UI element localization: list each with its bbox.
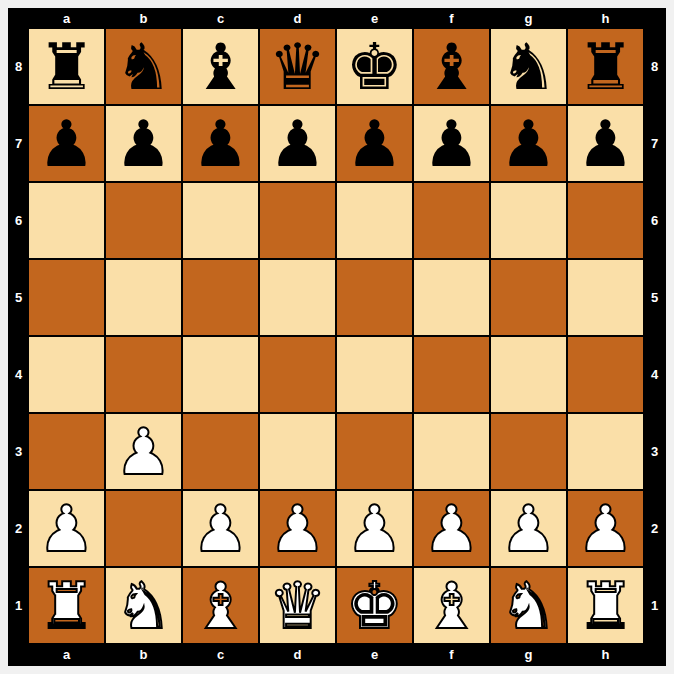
- file-label-f: f: [414, 11, 489, 26]
- black-queen[interactable]: ♛: [269, 35, 326, 99]
- file-label-b: b: [106, 647, 181, 662]
- square-c3[interactable]: [183, 414, 258, 489]
- square-a7[interactable]: ♟: [29, 106, 104, 181]
- square-f8[interactable]: ♝: [414, 29, 489, 104]
- white-pawn[interactable]: ♟: [38, 497, 95, 561]
- white-pawn[interactable]: ♟: [577, 497, 634, 561]
- black-pawn[interactable]: ♟: [269, 112, 326, 176]
- black-knight[interactable]: ♞: [115, 35, 172, 99]
- white-bishop[interactable]: ♝: [192, 574, 249, 638]
- square-c4[interactable]: [183, 337, 258, 412]
- square-f5[interactable]: [414, 260, 489, 335]
- square-h5[interactable]: [568, 260, 643, 335]
- square-b6[interactable]: [106, 183, 181, 258]
- square-e8[interactable]: ♚: [337, 29, 412, 104]
- frame-corner-bottom-left: [8, 643, 29, 666]
- file-label-c: c: [183, 647, 258, 662]
- square-c1[interactable]: ♝: [183, 568, 258, 643]
- file-labels-bottom: abcdefgh: [29, 643, 643, 666]
- white-queen[interactable]: ♛: [269, 574, 326, 638]
- white-king[interactable]: ♚: [346, 574, 403, 638]
- square-g3[interactable]: [491, 414, 566, 489]
- square-h8[interactable]: ♜: [568, 29, 643, 104]
- rank-label-8: 8: [643, 29, 666, 104]
- chess-board: ♜♞♝♛♚♝♞♜♟♟♟♟♟♟♟♟♟♟♟♟♟♟♟♟♜♞♝♛♚♝♞♜: [29, 29, 643, 643]
- square-c5[interactable]: [183, 260, 258, 335]
- rank-label-7: 7: [8, 106, 29, 181]
- black-bishop[interactable]: ♝: [192, 35, 249, 99]
- frame-corner-bottom-right: [643, 643, 666, 666]
- rank-label-8: 8: [8, 29, 29, 104]
- square-c8[interactable]: ♝: [183, 29, 258, 104]
- square-b1[interactable]: ♞: [106, 568, 181, 643]
- square-f1[interactable]: ♝: [414, 568, 489, 643]
- square-c7[interactable]: ♟: [183, 106, 258, 181]
- square-a6[interactable]: [29, 183, 104, 258]
- board-frame: abcdefgh 87654321 ♜♞♝♛♚♝♞♜♟♟♟♟♟♟♟♟♟♟♟♟♟♟…: [8, 8, 666, 666]
- square-g5[interactable]: [491, 260, 566, 335]
- white-pawn[interactable]: ♟: [346, 497, 403, 561]
- white-knight[interactable]: ♞: [500, 574, 557, 638]
- black-pawn[interactable]: ♟: [577, 112, 634, 176]
- square-e1[interactable]: ♚: [337, 568, 412, 643]
- square-f2[interactable]: ♟: [414, 491, 489, 566]
- file-label-d: d: [260, 647, 335, 662]
- white-rook[interactable]: ♜: [38, 574, 95, 638]
- file-label-a: a: [29, 11, 104, 26]
- rank-label-4: 4: [643, 337, 666, 412]
- frame-corner-top-right: [643, 8, 666, 29]
- black-pawn[interactable]: ♟: [346, 112, 403, 176]
- black-pawn[interactable]: ♟: [38, 112, 95, 176]
- rank-label-3: 3: [643, 414, 666, 489]
- square-e5[interactable]: [337, 260, 412, 335]
- black-bishop[interactable]: ♝: [423, 35, 480, 99]
- square-g8[interactable]: ♞: [491, 29, 566, 104]
- square-g6[interactable]: [491, 183, 566, 258]
- rank-label-4: 4: [8, 337, 29, 412]
- file-label-d: d: [260, 11, 335, 26]
- file-label-h: h: [568, 11, 643, 26]
- square-a3[interactable]: [29, 414, 104, 489]
- square-a5[interactable]: [29, 260, 104, 335]
- rank-label-2: 2: [8, 491, 29, 566]
- rank-label-5: 5: [8, 260, 29, 335]
- square-h4[interactable]: [568, 337, 643, 412]
- black-pawn[interactable]: ♟: [500, 112, 557, 176]
- white-rook[interactable]: ♜: [577, 574, 634, 638]
- square-h2[interactable]: ♟: [568, 491, 643, 566]
- black-rook[interactable]: ♜: [577, 35, 634, 99]
- black-rook[interactable]: ♜: [38, 35, 95, 99]
- file-label-e: e: [337, 647, 412, 662]
- square-e7[interactable]: ♟: [337, 106, 412, 181]
- white-knight[interactable]: ♞: [115, 574, 172, 638]
- white-pawn[interactable]: ♟: [115, 420, 172, 484]
- square-e4[interactable]: [337, 337, 412, 412]
- rank-label-2: 2: [643, 491, 666, 566]
- file-label-g: g: [491, 11, 566, 26]
- square-e3[interactable]: [337, 414, 412, 489]
- rank-label-7: 7: [643, 106, 666, 181]
- square-h6[interactable]: [568, 183, 643, 258]
- rank-label-6: 6: [643, 183, 666, 258]
- square-e2[interactable]: ♟: [337, 491, 412, 566]
- black-king[interactable]: ♚: [346, 35, 403, 99]
- square-d6[interactable]: [260, 183, 335, 258]
- square-h1[interactable]: ♜: [568, 568, 643, 643]
- rank-label-5: 5: [643, 260, 666, 335]
- file-labels-top: abcdefgh: [29, 8, 643, 29]
- square-e6[interactable]: [337, 183, 412, 258]
- file-label-c: c: [183, 11, 258, 26]
- square-f7[interactable]: ♟: [414, 106, 489, 181]
- square-h3[interactable]: [568, 414, 643, 489]
- square-d7[interactable]: ♟: [260, 106, 335, 181]
- rank-label-6: 6: [8, 183, 29, 258]
- file-label-a: a: [29, 647, 104, 662]
- square-f4[interactable]: [414, 337, 489, 412]
- square-b2[interactable]: [106, 491, 181, 566]
- square-a1[interactable]: ♜: [29, 568, 104, 643]
- white-pawn[interactable]: ♟: [500, 497, 557, 561]
- square-h7[interactable]: ♟: [568, 106, 643, 181]
- square-g4[interactable]: [491, 337, 566, 412]
- square-c6[interactable]: [183, 183, 258, 258]
- square-d8[interactable]: ♛: [260, 29, 335, 104]
- square-d3[interactable]: [260, 414, 335, 489]
- square-d5[interactable]: [260, 260, 335, 335]
- square-a8[interactable]: ♜: [29, 29, 104, 104]
- square-b5[interactable]: [106, 260, 181, 335]
- square-d4[interactable]: [260, 337, 335, 412]
- square-b7[interactable]: ♟: [106, 106, 181, 181]
- rank-label-3: 3: [8, 414, 29, 489]
- file-label-f: f: [414, 647, 489, 662]
- file-label-e: e: [337, 11, 412, 26]
- frame-corner-top-left: [8, 8, 29, 29]
- white-bishop[interactable]: ♝: [423, 574, 480, 638]
- white-pawn[interactable]: ♟: [269, 497, 326, 561]
- black-knight[interactable]: ♞: [500, 35, 557, 99]
- square-a4[interactable]: [29, 337, 104, 412]
- square-d2[interactable]: ♟: [260, 491, 335, 566]
- square-f6[interactable]: [414, 183, 489, 258]
- square-g1[interactable]: ♞: [491, 568, 566, 643]
- white-pawn[interactable]: ♟: [423, 497, 480, 561]
- square-g7[interactable]: ♟: [491, 106, 566, 181]
- square-f3[interactable]: [414, 414, 489, 489]
- black-pawn[interactable]: ♟: [192, 112, 249, 176]
- square-g2[interactable]: ♟: [491, 491, 566, 566]
- square-a2[interactable]: ♟: [29, 491, 104, 566]
- square-c2[interactable]: ♟: [183, 491, 258, 566]
- file-label-h: h: [568, 647, 643, 662]
- page-background: abcdefgh 87654321 ♜♞♝♛♚♝♞♜♟♟♟♟♟♟♟♟♟♟♟♟♟♟…: [0, 0, 674, 674]
- rank-labels-right: 87654321: [643, 29, 666, 643]
- rank-label-1: 1: [643, 568, 666, 643]
- black-pawn[interactable]: ♟: [115, 112, 172, 176]
- rank-labels-left: 87654321: [8, 29, 29, 643]
- file-label-b: b: [106, 11, 181, 26]
- square-b3[interactable]: ♟: [106, 414, 181, 489]
- rank-label-1: 1: [8, 568, 29, 643]
- square-b4[interactable]: [106, 337, 181, 412]
- square-b8[interactable]: ♞: [106, 29, 181, 104]
- file-label-g: g: [491, 647, 566, 662]
- square-d1[interactable]: ♛: [260, 568, 335, 643]
- black-pawn[interactable]: ♟: [423, 112, 480, 176]
- white-pawn[interactable]: ♟: [192, 497, 249, 561]
